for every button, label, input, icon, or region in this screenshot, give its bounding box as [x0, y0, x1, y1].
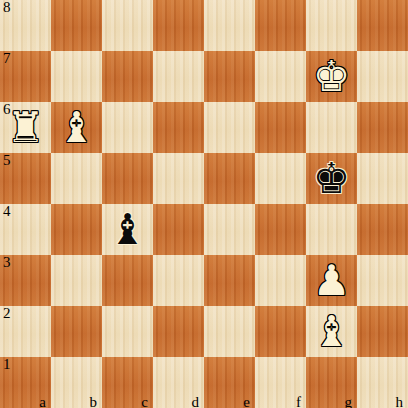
square-b4[interactable] [51, 204, 102, 255]
file-label-g: g [345, 394, 353, 408]
square-c7[interactable] [102, 51, 153, 102]
piece-white-rook-a6[interactable]: ♜ [0, 102, 51, 153]
piece-black-bishop-c4[interactable]: ♝ [102, 204, 153, 255]
square-c8[interactable] [102, 0, 153, 51]
square-d8[interactable] [153, 0, 204, 51]
file-label-f: f [296, 394, 301, 408]
square-e7[interactable] [204, 51, 255, 102]
square-a8[interactable]: 8 [0, 0, 51, 51]
square-f5[interactable] [255, 153, 306, 204]
square-h8[interactable] [357, 0, 408, 51]
file-label-a: a [39, 394, 46, 408]
rank-label-1: 1 [3, 356, 11, 373]
square-b8[interactable] [51, 0, 102, 51]
square-b5[interactable] [51, 153, 102, 204]
square-g1[interactable]: g [306, 357, 357, 408]
square-a4[interactable]: 4 [0, 204, 51, 255]
square-h6[interactable] [357, 102, 408, 153]
square-a3[interactable]: 3 [0, 255, 51, 306]
square-b3[interactable] [51, 255, 102, 306]
piece-white-pawn-g3[interactable]: ♟ [306, 255, 357, 306]
square-c2[interactable] [102, 306, 153, 357]
rank-label-3: 3 [3, 254, 11, 271]
square-b2[interactable] [51, 306, 102, 357]
file-label-b: b [90, 394, 98, 408]
chess-board: 87♚6♜♝5♚4♝3♟2♝1abcdefgh [0, 0, 408, 408]
rank-label-7: 7 [3, 50, 11, 67]
square-a6[interactable]: 6♜ [0, 102, 51, 153]
square-d4[interactable] [153, 204, 204, 255]
square-e4[interactable] [204, 204, 255, 255]
square-b1[interactable]: b [51, 357, 102, 408]
square-e5[interactable] [204, 153, 255, 204]
square-b6[interactable]: ♝ [51, 102, 102, 153]
square-g5[interactable]: ♚ [306, 153, 357, 204]
square-g6[interactable] [306, 102, 357, 153]
piece-white-bishop-b6[interactable]: ♝ [51, 102, 102, 153]
square-g2[interactable]: ♝ [306, 306, 357, 357]
square-a5[interactable]: 5 [0, 153, 51, 204]
square-h5[interactable] [357, 153, 408, 204]
square-e8[interactable] [204, 0, 255, 51]
square-e6[interactable] [204, 102, 255, 153]
square-c3[interactable] [102, 255, 153, 306]
square-g3[interactable]: ♟ [306, 255, 357, 306]
square-h2[interactable] [357, 306, 408, 357]
square-f3[interactable] [255, 255, 306, 306]
square-c4[interactable]: ♝ [102, 204, 153, 255]
square-f4[interactable] [255, 204, 306, 255]
file-label-c: c [141, 394, 148, 408]
square-d7[interactable] [153, 51, 204, 102]
rank-label-2: 2 [3, 305, 11, 322]
rank-label-5: 5 [3, 152, 11, 169]
square-a7[interactable]: 7 [0, 51, 51, 102]
square-d2[interactable] [153, 306, 204, 357]
file-label-e: e [243, 394, 250, 408]
piece-white-bishop-g2[interactable]: ♝ [306, 306, 357, 357]
rank-label-4: 4 [3, 203, 11, 220]
square-h3[interactable] [357, 255, 408, 306]
file-label-d: d [192, 394, 200, 408]
square-h7[interactable] [357, 51, 408, 102]
square-g7[interactable]: ♚ [306, 51, 357, 102]
square-h1[interactable]: h [357, 357, 408, 408]
square-e1[interactable]: e [204, 357, 255, 408]
file-label-h: h [396, 394, 404, 408]
square-a2[interactable]: 2 [0, 306, 51, 357]
rank-label-8: 8 [3, 0, 11, 16]
piece-black-king-g5[interactable]: ♚ [306, 153, 357, 204]
square-d3[interactable] [153, 255, 204, 306]
square-g4[interactable] [306, 204, 357, 255]
square-e3[interactable] [204, 255, 255, 306]
square-f1[interactable]: f [255, 357, 306, 408]
square-c6[interactable] [102, 102, 153, 153]
square-d6[interactable] [153, 102, 204, 153]
square-b7[interactable] [51, 51, 102, 102]
piece-white-king-g7[interactable]: ♚ [306, 51, 357, 102]
square-e2[interactable] [204, 306, 255, 357]
square-h4[interactable] [357, 204, 408, 255]
square-f8[interactable] [255, 0, 306, 51]
square-c1[interactable]: c [102, 357, 153, 408]
square-c5[interactable] [102, 153, 153, 204]
square-f7[interactable] [255, 51, 306, 102]
square-d5[interactable] [153, 153, 204, 204]
square-a1[interactable]: 1a [0, 357, 51, 408]
square-f6[interactable] [255, 102, 306, 153]
square-f2[interactable] [255, 306, 306, 357]
square-g8[interactable] [306, 0, 357, 51]
square-d1[interactable]: d [153, 357, 204, 408]
